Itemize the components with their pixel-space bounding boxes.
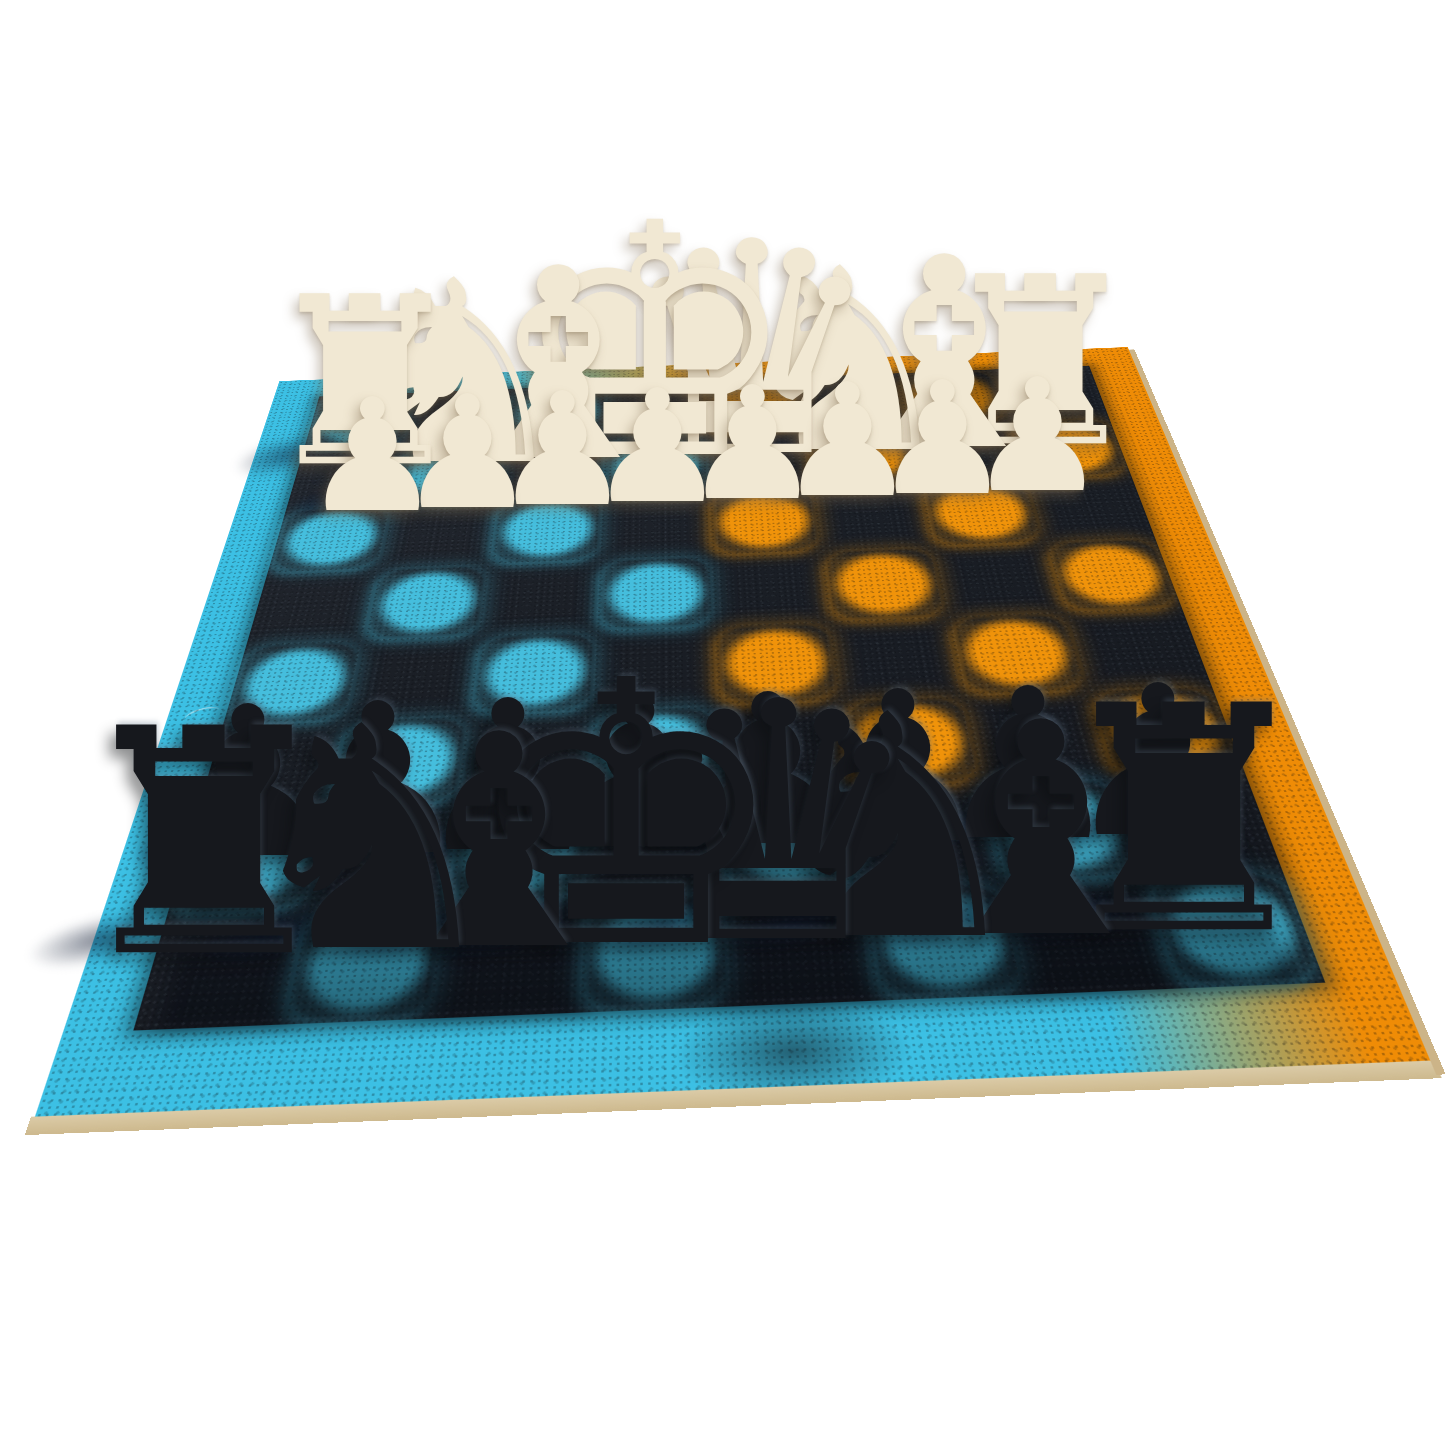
pieces-layer: ♜♝♞♛♚♝♞♜♟♟♟♟♟♟♟♟♟♟♟♟♟♟♟♟♜♝♞♛♚♝♞♜: [0, 0, 1445, 1445]
white-pawn-h2: ♟: [295, 378, 451, 534]
black-rook-h8: ♜: [48, 688, 360, 1000]
chess-photo-scene: ♜♝♞♛♚♝♞♜♟♟♟♟♟♟♟♟♟♟♟♟♟♟♟♟♜♝♞♛♚♝♞♜: [0, 0, 1445, 1445]
